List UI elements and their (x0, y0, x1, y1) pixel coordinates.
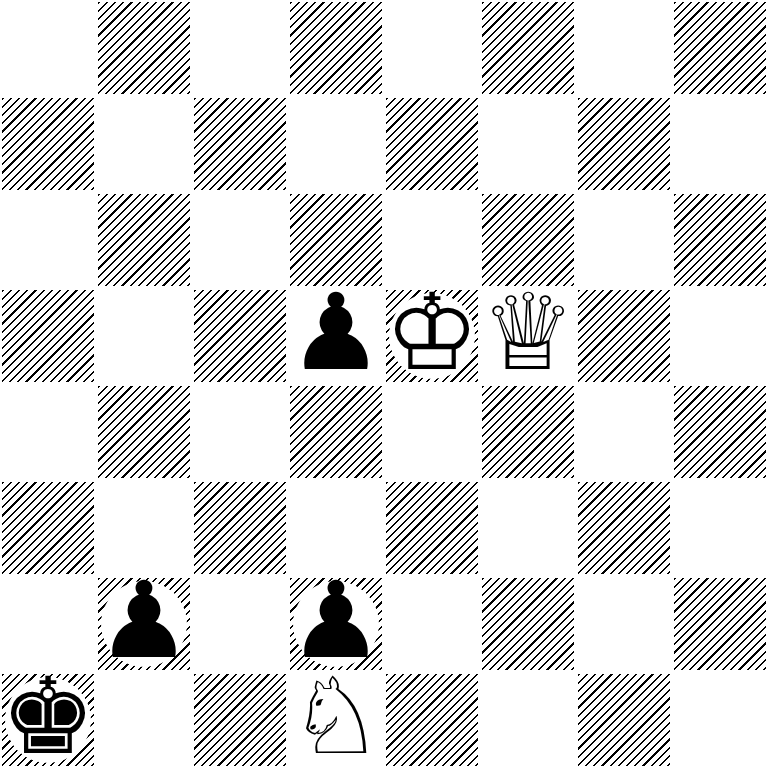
square-a6[interactable] (0, 192, 96, 288)
square-h2[interactable] (672, 576, 768, 672)
square-f5[interactable]: ♕ (480, 288, 576, 384)
square-f1[interactable] (480, 672, 576, 768)
white-queen-piece[interactable]: ♕ (485, 293, 571, 379)
square-b6[interactable] (96, 192, 192, 288)
square-b2[interactable]: ♟ (96, 576, 192, 672)
square-f4[interactable] (480, 384, 576, 480)
square-d8[interactable] (288, 0, 384, 96)
square-e5[interactable]: ♔ (384, 288, 480, 384)
square-b8[interactable] (96, 0, 192, 96)
square-e1[interactable] (384, 672, 480, 768)
square-g2[interactable] (576, 576, 672, 672)
square-h5[interactable] (672, 288, 768, 384)
square-h3[interactable] (672, 480, 768, 576)
square-c2[interactable] (192, 576, 288, 672)
black-pawn-piece[interactable]: ♟ (293, 293, 379, 379)
square-e3[interactable] (384, 480, 480, 576)
square-d1[interactable]: ♘ (288, 672, 384, 768)
square-h4[interactable] (672, 384, 768, 480)
square-c1[interactable] (192, 672, 288, 768)
square-c3[interactable] (192, 480, 288, 576)
square-e4[interactable] (384, 384, 480, 480)
white-knight-piece[interactable]: ♘ (293, 677, 379, 763)
square-b4[interactable] (96, 384, 192, 480)
square-a7[interactable] (0, 96, 96, 192)
square-f7[interactable] (480, 96, 576, 192)
square-g5[interactable] (576, 288, 672, 384)
square-a4[interactable] (0, 384, 96, 480)
black-king-piece[interactable]: ♚ (5, 677, 91, 763)
square-g7[interactable] (576, 96, 672, 192)
chess-board: ♟♔♕♟♟♚♘ (0, 0, 768, 768)
square-g3[interactable] (576, 480, 672, 576)
square-e2[interactable] (384, 576, 480, 672)
square-c5[interactable] (192, 288, 288, 384)
square-e7[interactable] (384, 96, 480, 192)
white-king-piece[interactable]: ♔ (389, 293, 475, 379)
square-g1[interactable] (576, 672, 672, 768)
square-a8[interactable] (0, 0, 96, 96)
square-b1[interactable] (96, 672, 192, 768)
square-d5[interactable]: ♟ (288, 288, 384, 384)
square-h8[interactable] (672, 0, 768, 96)
square-c6[interactable] (192, 192, 288, 288)
square-a3[interactable] (0, 480, 96, 576)
square-f2[interactable] (480, 576, 576, 672)
square-f8[interactable] (480, 0, 576, 96)
square-c8[interactable] (192, 0, 288, 96)
square-h7[interactable] (672, 96, 768, 192)
square-d4[interactable] (288, 384, 384, 480)
square-g8[interactable] (576, 0, 672, 96)
square-h1[interactable] (672, 672, 768, 768)
square-c7[interactable] (192, 96, 288, 192)
square-f3[interactable] (480, 480, 576, 576)
square-d7[interactable] (288, 96, 384, 192)
square-b5[interactable] (96, 288, 192, 384)
square-a5[interactable] (0, 288, 96, 384)
square-e8[interactable] (384, 0, 480, 96)
square-g4[interactable] (576, 384, 672, 480)
black-pawn-piece[interactable]: ♟ (101, 581, 187, 667)
square-c4[interactable] (192, 384, 288, 480)
square-a1[interactable]: ♚ (0, 672, 96, 768)
square-h6[interactable] (672, 192, 768, 288)
square-g6[interactable] (576, 192, 672, 288)
square-b7[interactable] (96, 96, 192, 192)
chess-diagram: ♟♔♕♟♟♚♘ (0, 0, 768, 768)
